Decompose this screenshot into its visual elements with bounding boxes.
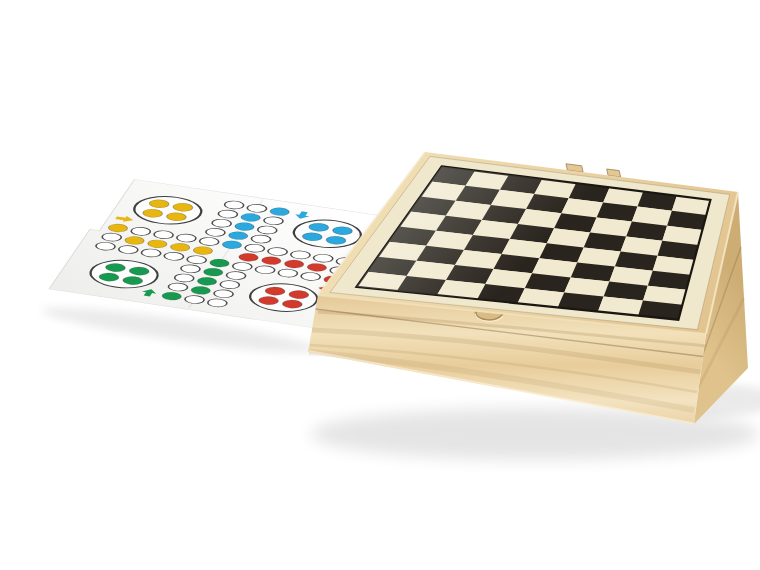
- scene-svg: [0, 0, 760, 570]
- wooden-game-box: [308, 152, 748, 424]
- product-photo: [0, 0, 760, 570]
